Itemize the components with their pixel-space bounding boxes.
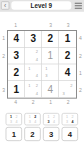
cell-r2c2[interactable]: 24 [25,48,42,65]
level-title-label: Level 9 [31,2,52,9]
pencil-mark-2: 2 [33,82,40,90]
clue-left-1: 1 [1,30,7,47]
pencil-button-digit-4: 4 [51,119,56,124]
pencil-mark-1: 1 [26,82,33,90]
chevron-left-icon: ‹ [4,2,6,9]
pencil-mark-1: 1 [26,65,33,72]
cell-r3c2[interactable]: 14 [25,64,42,81]
clue-top-3: 3 [42,23,59,30]
cell-value-given: 2 [65,51,71,61]
skyscrapers-board: 4321324122141341124423 [7,30,77,99]
clue-top-2 [24,23,41,30]
clue-top-1: 1 [7,23,24,30]
pencil-button-row: 1234123412341234 [6,113,79,125]
pencil-mark-2 [50,65,57,72]
cell-r4c4[interactable]: 23 [59,81,76,98]
pencil-mark-3 [26,56,33,63]
pencil-mark-1 [60,82,68,90]
cell-value-given: 2 [47,34,53,44]
cell-value-given: 2 [13,67,19,77]
cell-value-entered: 4 [47,84,53,94]
clue-left-3 [1,64,7,81]
clues-top: 133 [7,23,77,30]
pencil-marks: 14 [26,65,41,80]
pencil-marks: 124 [26,82,41,97]
back-button[interactable]: ‹ [1,1,9,9]
pencil-mark-4 [67,89,75,97]
hamburger-menu-icon [75,5,82,6]
pencil-mark-1 [26,48,33,55]
cell-r2c3[interactable]: 1 [42,48,59,65]
pencil-marks: 13 [43,65,58,80]
clue-left-2: 2 [1,47,7,64]
clues-right: 4212 [77,30,83,99]
cell-r4c1[interactable]: 1 [8,81,25,98]
clue-bottom-2: 2 [24,99,41,106]
pencil-mark-1: 1 [43,65,50,72]
cell-r1c1[interactable]: 4 [8,31,25,48]
cell-value-given: 3 [30,34,36,44]
pencil-mark-3 [26,89,33,97]
cell-r2c4[interactable]: 2 [59,48,76,65]
cell-value-given: 1 [13,84,19,94]
clues-left: 123 [1,30,7,99]
pencil-mark-3 [26,72,33,79]
clue-right-3: 1 [77,64,83,81]
number-button-1[interactable]: 1 [6,127,22,141]
cell-value-given: 4 [65,67,71,77]
page-title: Level 9 [11,1,71,9]
header-bar: ‹ Level 9 [0,0,84,11]
number-button-3[interactable]: 3 [43,127,59,141]
pencil-mark-3: 3 [60,89,68,97]
number-button-4[interactable]: 4 [62,127,78,141]
cell-r1c3[interactable]: 2 [42,31,59,48]
pencil-mark-4: 4 [33,56,40,63]
cell-r2c1[interactable]: 3 [8,48,25,65]
pencil-marks: 24 [26,48,41,63]
clues-bottom: 4212 [7,99,77,106]
pencil-mark-2 [33,65,40,72]
cell-r3c1[interactable]: 2 [8,64,25,81]
cell-r4c2[interactable]: 124 [25,81,42,98]
number-button-row: 1234 [6,127,79,141]
skyscrapers-app: ‹ Level 9 133 123 4212 4212 432132412214… [0,0,84,150]
clue-top-4: 3 [59,23,76,30]
pencil-button-4[interactable]: 1234 [62,113,78,125]
cell-r3c4[interactable]: 4 [59,64,76,81]
pencil-button-digit-4: 4 [14,119,19,124]
pencil-button-3[interactable]: 1234 [43,113,59,125]
pencil-button-1[interactable]: 1234 [6,113,22,125]
clue-left-4: 3 [1,81,7,98]
pencil-button-2[interactable]: 1234 [24,113,40,125]
clue-right-2: 2 [77,47,83,64]
pencil-mark-2: 2 [33,48,40,55]
pencil-mark-4 [50,72,57,79]
cell-value-entered: 1 [47,51,53,61]
clue-bottom-3: 1 [42,99,59,106]
clue-right-1: 4 [77,30,83,47]
hamburger-menu-icon [75,8,82,9]
clue-right-4: 2 [77,81,83,98]
clue-bottom-4: 2 [59,99,76,106]
pencil-mark-3: 3 [43,72,50,79]
hamburger-menu-icon [75,3,82,4]
pencil-button-digit-4: 4 [32,119,37,124]
pencil-mark-4: 4 [33,89,40,97]
cell-r1c4[interactable]: 1 [59,31,76,48]
cell-value-given: 4 [13,34,19,44]
number-button-2[interactable]: 2 [24,127,40,141]
pencil-button-digit-4: 4 [70,119,75,124]
cell-r4c3[interactable]: 4 [42,81,59,98]
pencil-marks: 23 [60,82,76,97]
pencil-mark-2: 2 [67,82,75,90]
cell-value-given: 1 [65,34,71,44]
menu-button[interactable] [74,2,83,9]
clue-bottom-1: 4 [7,99,24,106]
cell-r1c2[interactable]: 3 [25,31,42,48]
cell-r3c3[interactable]: 13 [42,64,59,81]
pencil-mark-4: 4 [33,72,40,79]
cell-value-given: 3 [13,51,19,61]
